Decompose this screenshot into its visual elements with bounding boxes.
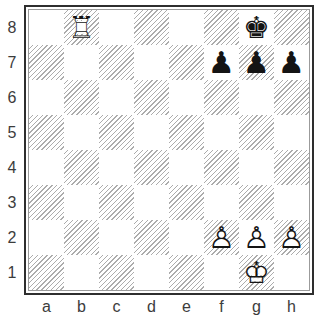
square-b3[interactable]: [64, 185, 99, 220]
square-b5[interactable]: [64, 115, 99, 150]
file-labels: abcdefgh: [29, 295, 309, 319]
file-label-e: e: [169, 295, 204, 319]
square-h6[interactable]: [274, 80, 309, 115]
rank-label-3: 3: [0, 185, 24, 220]
square-g7[interactable]: ♟: [239, 45, 274, 80]
square-b4[interactable]: [64, 150, 99, 185]
square-d5[interactable]: [134, 115, 169, 150]
square-h4[interactable]: [274, 150, 309, 185]
square-d8[interactable]: [134, 10, 169, 45]
square-h3[interactable]: [274, 185, 309, 220]
square-b2[interactable]: [64, 220, 99, 255]
square-h5[interactable]: [274, 115, 309, 150]
piece-glyph: ♟: [274, 45, 309, 80]
square-c3[interactable]: [99, 185, 134, 220]
square-b8[interactable]: ♜♖: [64, 10, 99, 45]
chess-diagram: 87654321 ♜♖♚♟♟♟♟♙♟♙♟♙♚♔ abcdefgh: [0, 0, 320, 319]
piece-glyph: ♔: [239, 255, 274, 290]
square-f8[interactable]: [204, 10, 239, 45]
square-d4[interactable]: [134, 150, 169, 185]
square-a5[interactable]: [29, 115, 64, 150]
square-c7[interactable]: [99, 45, 134, 80]
piece-glyph: ♙: [239, 220, 274, 255]
square-h2[interactable]: ♟♙: [274, 220, 309, 255]
rank-label-8: 8: [0, 10, 24, 45]
square-a2[interactable]: [29, 220, 64, 255]
rank-label-5: 5: [0, 115, 24, 150]
chess-board: ♜♖♚♟♟♟♟♙♟♙♟♙♚♔: [24, 5, 314, 295]
square-h8[interactable]: [274, 10, 309, 45]
square-c4[interactable]: [99, 150, 134, 185]
square-f5[interactable]: [204, 115, 239, 150]
square-e6[interactable]: [169, 80, 204, 115]
square-f6[interactable]: [204, 80, 239, 115]
black-pawn-h7: ♟: [274, 45, 309, 80]
rank-label-7: 7: [0, 45, 24, 80]
square-e8[interactable]: [169, 10, 204, 45]
file-label-a: a: [29, 295, 64, 319]
square-d7[interactable]: [134, 45, 169, 80]
square-a1[interactable]: [29, 255, 64, 290]
black-pawn-g7: ♟: [239, 45, 274, 80]
square-a6[interactable]: [29, 80, 64, 115]
file-label-b: b: [64, 295, 99, 319]
square-e2[interactable]: [169, 220, 204, 255]
square-a7[interactable]: [29, 45, 64, 80]
black-pawn-f7: ♟: [204, 45, 239, 80]
rank-label-4: 4: [0, 150, 24, 185]
square-c6[interactable]: [99, 80, 134, 115]
file-label-g: g: [239, 295, 274, 319]
square-d2[interactable]: [134, 220, 169, 255]
file-label-d: d: [134, 295, 169, 319]
rank-label-1: 1: [0, 255, 24, 290]
piece-glyph: ♟: [204, 45, 239, 80]
square-d3[interactable]: [134, 185, 169, 220]
square-f7[interactable]: ♟: [204, 45, 239, 80]
square-b1[interactable]: [64, 255, 99, 290]
square-e3[interactable]: [169, 185, 204, 220]
square-e1[interactable]: [169, 255, 204, 290]
square-g5[interactable]: [239, 115, 274, 150]
piece-glyph: ♟: [239, 45, 274, 80]
board-grid: ♜♖♚♟♟♟♟♙♟♙♟♙♚♔: [28, 9, 310, 291]
square-h7[interactable]: ♟: [274, 45, 309, 80]
square-g8[interactable]: ♚: [239, 10, 274, 45]
square-c2[interactable]: [99, 220, 134, 255]
square-c5[interactable]: [99, 115, 134, 150]
square-h1[interactable]: [274, 255, 309, 290]
square-f1[interactable]: [204, 255, 239, 290]
square-c8[interactable]: [99, 10, 134, 45]
square-c1[interactable]: [99, 255, 134, 290]
square-g6[interactable]: [239, 80, 274, 115]
square-e5[interactable]: [169, 115, 204, 150]
piece-glyph: ♙: [204, 220, 239, 255]
file-label-h: h: [274, 295, 309, 319]
square-f2[interactable]: ♟♙: [204, 220, 239, 255]
white-pawn-g2: ♟♙: [239, 220, 274, 255]
piece-glyph: ♚: [239, 10, 274, 45]
rank-label-2: 2: [0, 220, 24, 255]
piece-glyph: ♙: [274, 220, 309, 255]
square-a3[interactable]: [29, 185, 64, 220]
square-e4[interactable]: [169, 150, 204, 185]
square-a4[interactable]: [29, 150, 64, 185]
square-g3[interactable]: [239, 185, 274, 220]
square-f4[interactable]: [204, 150, 239, 185]
square-d1[interactable]: [134, 255, 169, 290]
file-label-c: c: [99, 295, 134, 319]
file-label-f: f: [204, 295, 239, 319]
square-d6[interactable]: [134, 80, 169, 115]
square-e7[interactable]: [169, 45, 204, 80]
square-a8[interactable]: [29, 10, 64, 45]
square-b7[interactable]: [64, 45, 99, 80]
square-g1[interactable]: ♚♔: [239, 255, 274, 290]
square-b6[interactable]: [64, 80, 99, 115]
white-pawn-h2: ♟♙: [274, 220, 309, 255]
white-pawn-f2: ♟♙: [204, 220, 239, 255]
black-king-g8: ♚: [239, 10, 274, 45]
white-rook-b8: ♜♖: [64, 10, 99, 45]
piece-glyph: ♖: [64, 10, 99, 45]
rank-labels: 87654321: [0, 10, 24, 290]
square-f3[interactable]: [204, 185, 239, 220]
square-g4[interactable]: [239, 150, 274, 185]
white-king-g1: ♚♔: [239, 255, 274, 290]
square-g2[interactable]: ♟♙: [239, 220, 274, 255]
rank-label-6: 6: [0, 80, 24, 115]
